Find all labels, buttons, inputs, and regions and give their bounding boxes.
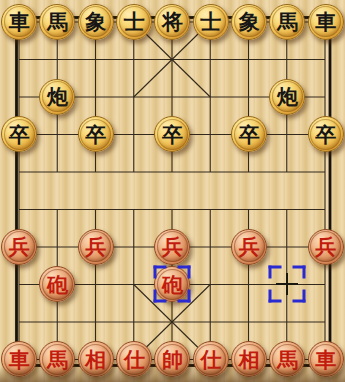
intersection[interactable] [192, 266, 230, 304]
intersection[interactable] [115, 303, 153, 341]
intersection[interactable] [268, 303, 306, 341]
intersection[interactable]: 将 [153, 3, 191, 41]
intersection[interactable] [230, 266, 268, 304]
intersection[interactable] [115, 153, 153, 191]
intersection[interactable]: 炮 [38, 78, 76, 116]
intersection[interactable] [307, 153, 345, 191]
intersection[interactable]: 車 [0, 3, 38, 41]
intersection[interactable]: 象 [230, 3, 268, 41]
intersection[interactable] [38, 41, 76, 79]
intersection[interactable] [307, 266, 345, 304]
piece-red-general[interactable]: 帥 [154, 341, 190, 377]
intersection[interactable] [192, 153, 230, 191]
intersection[interactable] [192, 78, 230, 116]
intersection[interactable]: 兵 [230, 228, 268, 266]
intersection[interactable] [268, 266, 306, 304]
intersection[interactable] [230, 303, 268, 341]
intersection[interactable]: 兵 [307, 228, 345, 266]
intersection[interactable]: 馬 [38, 341, 76, 379]
piece-red-cannon[interactable]: 砲 [154, 266, 190, 302]
intersection[interactable]: 象 [77, 3, 115, 41]
piece-black-soldier[interactable]: 卒 [231, 116, 267, 152]
piece-red-soldier[interactable]: 兵 [154, 229, 190, 265]
intersection[interactable] [77, 78, 115, 116]
intersection[interactable]: 卒 [230, 116, 268, 154]
piece-black-elephant[interactable]: 象 [231, 4, 267, 40]
intersection[interactable] [192, 116, 230, 154]
intersection[interactable] [307, 78, 345, 116]
intersection[interactable] [77, 191, 115, 229]
piece-black-elephant[interactable]: 象 [78, 4, 114, 40]
move-highlight-brackets [269, 266, 306, 303]
intersection[interactable] [115, 78, 153, 116]
intersection[interactable] [115, 116, 153, 154]
crosshair-cursor [276, 273, 298, 295]
intersection[interactable] [192, 41, 230, 79]
intersection[interactable] [38, 303, 76, 341]
intersection[interactable] [268, 228, 306, 266]
intersection[interactable] [115, 191, 153, 229]
intersection[interactable]: 車 [307, 3, 345, 41]
piece-red-chariot[interactable]: 車 [1, 341, 37, 377]
intersection[interactable] [38, 191, 76, 229]
piece-black-soldier[interactable]: 卒 [154, 116, 190, 152]
intersection[interactable] [268, 153, 306, 191]
piece-black-soldier[interactable]: 卒 [1, 116, 37, 152]
intersection[interactable] [153, 303, 191, 341]
intersection[interactable] [307, 303, 345, 341]
intersection[interactable] [115, 41, 153, 79]
intersection[interactable] [77, 303, 115, 341]
intersection[interactable] [38, 228, 76, 266]
piece-red-soldier[interactable]: 兵 [78, 229, 114, 265]
intersection[interactable] [153, 191, 191, 229]
piece-red-chariot[interactable]: 車 [308, 341, 344, 377]
intersection[interactable]: 車 [0, 341, 38, 379]
intersection[interactable] [0, 303, 38, 341]
piece-red-advisor[interactable]: 仕 [116, 341, 152, 377]
intersection[interactable]: 砲 [153, 266, 191, 304]
intersection[interactable] [77, 41, 115, 79]
intersection[interactable]: 卒 [0, 116, 38, 154]
intersection[interactable]: 仕 [115, 341, 153, 379]
intersection[interactable] [38, 116, 76, 154]
intersection[interactable] [38, 153, 76, 191]
intersection[interactable]: 相 [230, 341, 268, 379]
intersection[interactable]: 卒 [153, 116, 191, 154]
intersection[interactable]: 士 [115, 3, 153, 41]
intersection[interactable] [0, 41, 38, 79]
piece-black-advisor[interactable]: 士 [116, 4, 152, 40]
intersection[interactable]: 車 [307, 341, 345, 379]
intersection[interactable]: 兵 [153, 228, 191, 266]
intersection[interactable] [0, 153, 38, 191]
intersection[interactable] [0, 266, 38, 304]
intersection[interactable] [77, 153, 115, 191]
intersection[interactable] [153, 41, 191, 79]
board-grid: 車馬象士将士象馬車炮炮卒卒卒卒卒兵兵兵兵兵砲砲車馬相仕帥仕相馬車 [0, 3, 345, 378]
piece-red-advisor[interactable]: 仕 [193, 341, 229, 377]
piece-red-soldier[interactable]: 兵 [231, 229, 267, 265]
intersection[interactable]: 兵 [77, 228, 115, 266]
intersection[interactable]: 炮 [268, 78, 306, 116]
intersection[interactable]: 帥 [153, 341, 191, 379]
piece-black-horse[interactable]: 馬 [39, 4, 75, 40]
piece-black-chariot[interactable]: 車 [1, 4, 37, 40]
intersection[interactable]: 砲 [38, 266, 76, 304]
intersection[interactable] [230, 41, 268, 79]
piece-red-horse[interactable]: 馬 [39, 341, 75, 377]
intersection[interactable]: 卒 [77, 116, 115, 154]
intersection[interactable] [192, 191, 230, 229]
intersection[interactable] [268, 116, 306, 154]
intersection[interactable] [230, 78, 268, 116]
intersection[interactable]: 仕 [192, 341, 230, 379]
intersection[interactable] [0, 191, 38, 229]
intersection[interactable] [307, 41, 345, 79]
piece-red-elephant[interactable]: 相 [78, 341, 114, 377]
xiangqi-board: 車馬象士将士象馬車炮炮卒卒卒卒卒兵兵兵兵兵砲砲車馬相仕帥仕相馬車 [0, 0, 345, 382]
piece-black-advisor[interactable]: 士 [193, 4, 229, 40]
intersection[interactable] [153, 78, 191, 116]
intersection[interactable] [115, 266, 153, 304]
intersection[interactable]: 馬 [268, 341, 306, 379]
piece-black-cannon[interactable]: 炮 [269, 79, 305, 115]
piece-red-soldier[interactable]: 兵 [1, 229, 37, 265]
intersection[interactable] [307, 191, 345, 229]
piece-black-soldier[interactable]: 卒 [78, 116, 114, 152]
piece-red-cannon[interactable]: 砲 [39, 266, 75, 302]
piece-black-cannon[interactable]: 炮 [39, 79, 75, 115]
piece-red-elephant[interactable]: 相 [231, 341, 267, 377]
intersection[interactable] [268, 191, 306, 229]
intersection[interactable] [230, 191, 268, 229]
piece-red-horse[interactable]: 馬 [269, 341, 305, 377]
intersection[interactable]: 相 [77, 341, 115, 379]
piece-black-horse[interactable]: 馬 [269, 4, 305, 40]
intersection[interactable]: 士 [192, 3, 230, 41]
intersection[interactable]: 馬 [268, 3, 306, 41]
piece-red-soldier[interactable]: 兵 [308, 229, 344, 265]
intersection[interactable] [268, 41, 306, 79]
intersection[interactable] [192, 303, 230, 341]
intersection[interactable] [0, 78, 38, 116]
piece-black-general[interactable]: 将 [154, 4, 190, 40]
piece-black-soldier[interactable]: 卒 [308, 116, 344, 152]
intersection[interactable] [153, 153, 191, 191]
intersection[interactable]: 兵 [0, 228, 38, 266]
intersection[interactable] [230, 153, 268, 191]
intersection[interactable]: 馬 [38, 3, 76, 41]
intersection[interactable] [192, 228, 230, 266]
intersection[interactable] [115, 228, 153, 266]
intersection[interactable] [77, 266, 115, 304]
piece-black-chariot[interactable]: 車 [308, 4, 344, 40]
intersection[interactable]: 卒 [307, 116, 345, 154]
